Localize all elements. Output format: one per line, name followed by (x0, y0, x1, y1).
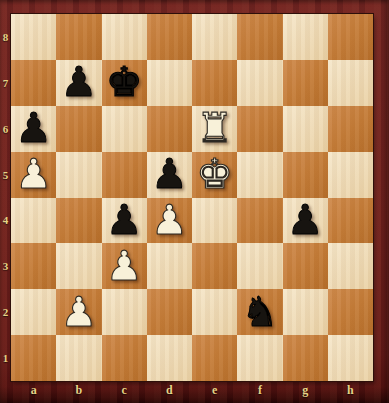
rank-label-2: 2 (0, 289, 11, 335)
square-c3[interactable]: ♟ (102, 243, 147, 289)
piece-black-knight-f2[interactable]: ♞ (241, 292, 278, 333)
square-f1[interactable] (237, 335, 282, 381)
file-labels: abcdefgh (11, 381, 373, 400)
square-f3[interactable] (237, 243, 282, 289)
square-e3[interactable] (192, 243, 237, 289)
square-g3[interactable] (283, 243, 328, 289)
square-h7[interactable] (328, 60, 373, 106)
rank-label-4: 4 (0, 198, 11, 244)
square-d5[interactable]: ♟ (147, 152, 192, 198)
square-d7[interactable] (147, 60, 192, 106)
file-label-e: e (192, 381, 237, 400)
square-g7[interactable] (283, 60, 328, 106)
square-f4[interactable] (237, 198, 282, 244)
square-b2[interactable]: ♟ (56, 289, 101, 335)
square-a5[interactable]: ♟ (11, 152, 56, 198)
square-f5[interactable] (237, 152, 282, 198)
square-g1[interactable] (283, 335, 328, 381)
file-label-a: a (11, 381, 56, 400)
piece-white-rook-e6[interactable]: ♜ (196, 108, 233, 149)
square-b7[interactable]: ♟ (56, 60, 101, 106)
square-c7[interactable]: ♚ (102, 60, 147, 106)
square-c8[interactable] (102, 14, 147, 60)
square-d4[interactable]: ♟ (147, 198, 192, 244)
rank-label-5: 5 (0, 152, 11, 198)
rank-label-6: 6 (0, 106, 11, 152)
square-a6[interactable]: ♟ (11, 106, 56, 152)
file-label-d: d (147, 381, 192, 400)
square-h4[interactable] (328, 198, 373, 244)
square-d3[interactable] (147, 243, 192, 289)
square-h8[interactable] (328, 14, 373, 60)
rank-labels: 87654321 (0, 14, 11, 381)
square-e8[interactable] (192, 14, 237, 60)
square-e4[interactable] (192, 198, 237, 244)
square-f6[interactable] (237, 106, 282, 152)
square-g6[interactable] (283, 106, 328, 152)
rank-label-7: 7 (0, 60, 11, 106)
square-e6[interactable]: ♜ (192, 106, 237, 152)
file-label-f: f (237, 381, 282, 400)
square-a4[interactable] (11, 198, 56, 244)
file-label-b: b (56, 381, 101, 400)
square-h1[interactable] (328, 335, 373, 381)
square-e7[interactable] (192, 60, 237, 106)
square-h2[interactable] (328, 289, 373, 335)
square-g4[interactable]: ♟ (283, 198, 328, 244)
piece-white-king-e5[interactable]: ♚ (196, 154, 233, 195)
piece-black-king-c7[interactable]: ♚ (106, 62, 143, 103)
piece-black-pawn-b7[interactable]: ♟ (60, 62, 97, 103)
chess-app-window: 87654321 ♟♚♟♜♟♟♚♟♟♟♟♟♞ abcdefgh (0, 0, 389, 403)
square-a2[interactable] (11, 289, 56, 335)
square-d6[interactable] (147, 106, 192, 152)
rank-label-3: 3 (0, 243, 11, 289)
square-a7[interactable] (11, 60, 56, 106)
square-e1[interactable] (192, 335, 237, 381)
square-f2[interactable]: ♞ (237, 289, 282, 335)
rank-label-8: 8 (0, 14, 11, 60)
square-d8[interactable] (147, 14, 192, 60)
square-h3[interactable] (328, 243, 373, 289)
piece-white-pawn-a5[interactable]: ♟ (15, 154, 52, 195)
square-h6[interactable] (328, 106, 373, 152)
file-label-h: h (328, 381, 373, 400)
piece-white-pawn-c3[interactable]: ♟ (106, 246, 143, 287)
square-a1[interactable] (11, 335, 56, 381)
square-c2[interactable] (102, 289, 147, 335)
square-c5[interactable] (102, 152, 147, 198)
square-a8[interactable] (11, 14, 56, 60)
square-b5[interactable] (56, 152, 101, 198)
piece-black-pawn-c4[interactable]: ♟ (106, 200, 143, 241)
file-label-c: c (102, 381, 147, 400)
square-g8[interactable] (283, 14, 328, 60)
piece-black-pawn-d5[interactable]: ♟ (151, 154, 188, 195)
square-a3[interactable] (11, 243, 56, 289)
square-c1[interactable] (102, 335, 147, 381)
piece-black-pawn-a6[interactable]: ♟ (15, 108, 52, 149)
square-f7[interactable] (237, 60, 282, 106)
rank-label-1: 1 (0, 335, 11, 381)
square-g2[interactable] (283, 289, 328, 335)
piece-black-pawn-g4[interactable]: ♟ (287, 200, 324, 241)
square-h5[interactable] (328, 152, 373, 198)
square-b1[interactable] (56, 335, 101, 381)
square-d2[interactable] (147, 289, 192, 335)
piece-white-pawn-d4[interactable]: ♟ (151, 200, 188, 241)
chess-board: ♟♚♟♜♟♟♚♟♟♟♟♟♞ (11, 14, 373, 381)
square-d1[interactable] (147, 335, 192, 381)
square-e2[interactable] (192, 289, 237, 335)
square-c6[interactable] (102, 106, 147, 152)
square-b3[interactable] (56, 243, 101, 289)
square-f8[interactable] (237, 14, 282, 60)
file-label-g: g (283, 381, 328, 400)
square-e5[interactable]: ♚ (192, 152, 237, 198)
square-g5[interactable] (283, 152, 328, 198)
piece-white-pawn-b2[interactable]: ♟ (60, 292, 97, 333)
square-b4[interactable] (56, 198, 101, 244)
square-b6[interactable] (56, 106, 101, 152)
square-b8[interactable] (56, 14, 101, 60)
square-c4[interactable]: ♟ (102, 198, 147, 244)
